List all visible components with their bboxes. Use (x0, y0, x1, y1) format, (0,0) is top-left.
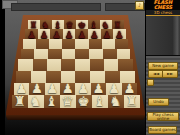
square-f6[interactable] (89, 39, 102, 49)
new-game-button[interactable]: New game (148, 62, 178, 70)
square-b2[interactable]: ♟ (29, 83, 44, 95)
play-online-button[interactable]: Play chess online (147, 112, 179, 121)
piece-white-knight[interactable]: ♞ (109, 95, 121, 109)
toggle-button[interactable] (147, 79, 154, 86)
square-a8[interactable]: ♜ (28, 20, 40, 29)
square-e7[interactable]: ♟ (75, 29, 88, 39)
sidebar: FLASH CHESS 3D chess New game ◄◄ ►► Undo… (145, 0, 180, 135)
piece-white-rook[interactable]: ♜ (13, 95, 25, 109)
square-g8[interactable]: ♞ (100, 20, 112, 29)
board-games-button[interactable]: Board games (148, 126, 177, 134)
square-a5[interactable] (21, 49, 35, 60)
square-c1[interactable]: ♝ (44, 95, 60, 108)
square-f4[interactable] (90, 59, 104, 70)
board-rank-row: ♜♞♝♛♚♝♞♜ (28, 20, 124, 29)
square-c6[interactable] (49, 39, 62, 49)
square-d6[interactable] (62, 39, 75, 49)
square-b5[interactable] (34, 49, 48, 60)
square-d3[interactable] (61, 71, 76, 83)
piece-white-king[interactable]: ♚ (77, 95, 89, 109)
square-d5[interactable] (62, 49, 76, 60)
square-c3[interactable] (46, 71, 61, 83)
square-c5[interactable] (48, 49, 62, 60)
square-b4[interactable] (33, 59, 47, 70)
square-d7[interactable]: ♟ (63, 29, 76, 39)
square-g2[interactable]: ♟ (106, 83, 121, 95)
square-e6[interactable] (75, 39, 88, 49)
square-f8[interactable]: ♝ (88, 20, 100, 29)
square-e8[interactable]: ♚ (76, 20, 88, 29)
game-logo: FLASH CHESS (146, 0, 180, 10)
square-f5[interactable] (89, 49, 103, 60)
square-g7[interactable]: ♟ (101, 29, 114, 39)
board-front-edge (6, 115, 146, 120)
square-c4[interactable] (47, 59, 61, 70)
square-f1[interactable]: ♝ (92, 95, 108, 108)
square-h7[interactable]: ♟ (113, 29, 126, 39)
board-rank-row: ♟♟♟♟♟♟♟♟ (14, 83, 137, 95)
square-h8[interactable]: ♜ (112, 20, 124, 29)
piece-white-knight[interactable]: ♞ (29, 95, 41, 109)
square-e2[interactable]: ♟ (75, 83, 90, 95)
board-squares: ♜♞♝♛♚♝♞♜♟♟♟♟♟♟♟♟♟♟♟♟♟♟♟♟♜♞♝♛♚♝♞♜ (6, 20, 146, 108)
piece-white-bishop[interactable]: ♝ (45, 95, 57, 109)
square-e3[interactable] (75, 71, 90, 83)
square-a4[interactable] (18, 59, 32, 70)
undo-button[interactable]: Undo (148, 98, 169, 106)
square-h5[interactable] (117, 49, 131, 60)
square-a3[interactable] (16, 71, 31, 83)
piece-white-bishop[interactable]: ♝ (93, 95, 105, 109)
move-list-panel[interactable] (146, 16, 180, 56)
piece-white-rook[interactable]: ♜ (125, 95, 137, 109)
square-c8[interactable]: ♝ (52, 20, 64, 29)
square-g5[interactable] (103, 49, 117, 60)
square-f3[interactable] (90, 71, 105, 83)
board-rank-row (21, 49, 131, 60)
square-c7[interactable]: ♟ (50, 29, 63, 39)
square-b7[interactable]: ♟ (38, 29, 51, 39)
square-a2[interactable]: ♟ (14, 83, 29, 95)
square-h3[interactable] (120, 71, 135, 83)
board-rank-row (16, 71, 135, 83)
square-c2[interactable]: ♟ (45, 83, 60, 95)
square-g1[interactable]: ♞ (108, 95, 124, 108)
square-h1[interactable]: ♜ (124, 95, 140, 108)
square-g4[interactable] (104, 59, 118, 70)
square-a1[interactable]: ♜ (12, 95, 28, 108)
wall-panel (11, 3, 101, 11)
square-a6[interactable] (23, 39, 36, 49)
square-e5[interactable] (75, 49, 89, 60)
square-h4[interactable] (118, 59, 132, 70)
square-h2[interactable]: ♟ (122, 83, 137, 95)
game-window: ♪ ♜♞♝♛♚♝♞♜♟♟♟♟♟♟♟♟♟♟♟♟♟♟♟♟♜♞♝♛♚♝♞♜ FLASH… (0, 0, 180, 135)
square-d1[interactable]: ♛ (60, 95, 76, 108)
piece-white-queen[interactable]: ♛ (61, 95, 73, 109)
square-e1[interactable]: ♚ (76, 95, 92, 108)
square-b8[interactable]: ♞ (40, 20, 52, 29)
square-f2[interactable]: ♟ (91, 83, 106, 95)
square-b3[interactable] (31, 71, 46, 83)
square-g3[interactable] (105, 71, 120, 83)
forward-button[interactable]: ►► (162, 70, 178, 78)
square-d4[interactable] (61, 59, 75, 70)
board-rank-row: ♟♟♟♟♟♟♟♟ (25, 29, 126, 39)
board-rank-row: ♜♞♝♛♚♝♞♜ (12, 95, 140, 108)
square-b6[interactable] (36, 39, 49, 49)
square-b1[interactable]: ♞ (28, 95, 44, 108)
square-f7[interactable]: ♟ (88, 29, 101, 39)
board-rank-row (18, 59, 132, 70)
square-e4[interactable] (75, 59, 89, 70)
square-a7[interactable]: ♟ (25, 29, 38, 39)
board-rank-row (23, 39, 128, 49)
square-h6[interactable] (115, 39, 128, 49)
square-d8[interactable]: ♛ (64, 20, 76, 29)
room-scene: ♪ ♜♞♝♛♚♝♞♜♟♟♟♟♟♟♟♟♟♟♟♟♟♟♟♟♜♞♝♛♚♝♞♜ (5, 0, 146, 135)
sound-icon[interactable]: ♪ (135, 1, 144, 10)
square-g6[interactable] (102, 39, 115, 49)
square-d2[interactable]: ♟ (60, 83, 75, 95)
chess-board: ♜♞♝♛♚♝♞♜♟♟♟♟♟♟♟♟♟♟♟♟♟♟♟♟♜♞♝♛♚♝♞♜ (6, 15, 146, 121)
sidebar-controls: New game ◄◄ ►► Undo Play chess online Bo… (146, 56, 180, 135)
